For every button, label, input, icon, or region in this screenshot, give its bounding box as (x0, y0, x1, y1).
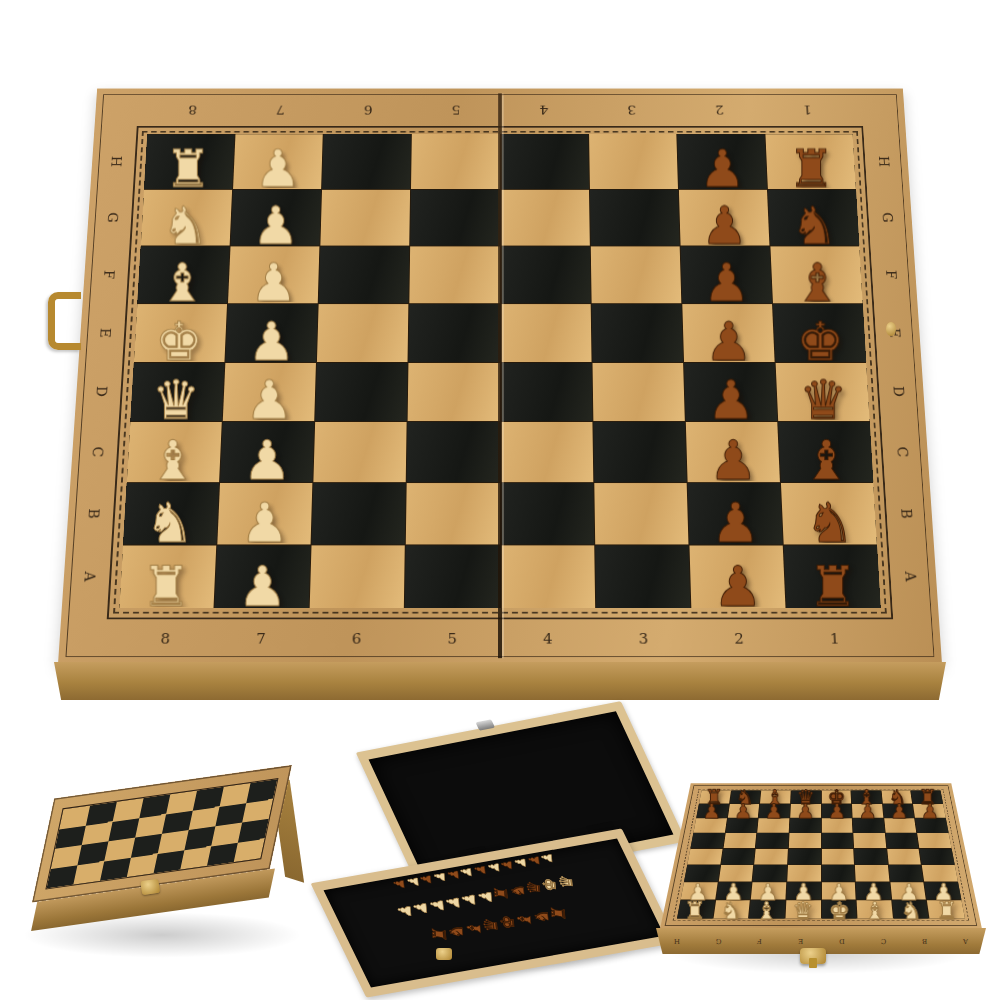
light-pawn: ♟ (247, 314, 295, 367)
square-d1: ♛ (775, 362, 869, 421)
light-king: ♚ (828, 899, 849, 923)
square-e7: ♟ (821, 804, 851, 818)
square-h6 (915, 818, 948, 832)
square-e5 (821, 833, 853, 848)
light-pawn: ♟ (252, 199, 299, 251)
square-g4 (887, 849, 921, 865)
brass-clasp-icon (800, 948, 826, 964)
brass-clasp-icon (48, 292, 81, 350)
front-edge-letter-E: E (798, 937, 803, 945)
rank-label-bottom-4: 4 (543, 630, 553, 647)
square-b7: ♟ (217, 483, 312, 544)
mini-chess-board: ♜♞♝♛♚♝♞♜♟♟♟♟♟♟♟♟♟♟♟♟♟♟♟♟♜♞♝♛♚♝♞♜ (660, 783, 982, 929)
square-e4 (821, 849, 854, 865)
square-h3 (589, 134, 678, 189)
light-bishop: ♝ (149, 434, 198, 488)
square-b3 (594, 483, 688, 544)
open-box-piece-tray: ♟♟♟♟♟♟♟♟♟♟♟♟♟♟♟♟♟♟♜♞♛♚♛♜♞♝♛♚♝♞♜ (311, 829, 678, 998)
square-h2: ♟ (677, 134, 767, 189)
square-c5 (756, 833, 789, 848)
square-e3 (591, 304, 683, 362)
square-b6 (725, 818, 758, 832)
square-d4 (500, 362, 592, 421)
file-label-right-D: D (890, 386, 908, 397)
square-h6 (322, 134, 411, 189)
rank-label-top-5: 5 (452, 102, 461, 117)
square-g6 (884, 818, 917, 832)
light-pawn: ♟ (237, 559, 287, 614)
square-a1: ♜ (677, 900, 715, 918)
square-a5 (405, 546, 499, 608)
square-b5 (406, 483, 499, 544)
light-rook: ♜ (142, 559, 192, 614)
square-c2: ♟ (686, 422, 780, 482)
square-c6 (757, 818, 789, 832)
brass-clasp-icon (436, 948, 452, 960)
file-label-right-F: F (882, 270, 899, 279)
square-f6 (853, 818, 885, 832)
square-h5 (918, 833, 952, 848)
dark-pawn: ♟ (707, 374, 755, 428)
dark-knight: ♞ (805, 496, 854, 551)
thumbnail-closed-box (10, 762, 315, 977)
square-a8: ♜ (119, 546, 216, 608)
rank-label-bottom-3: 3 (638, 630, 648, 647)
dark-pawn: ♟ (701, 199, 748, 251)
square-g7: ♟ (883, 804, 915, 818)
square-g1: ♞ (892, 900, 929, 918)
product-photo-page: ♜♟♟♜♞♟♟♞♝♟♟♝♚♟♟♚♛♟♟♛♝♟♟♝♞♟♟♞♜♟♟♜ HGFEDCB… (0, 0, 1000, 1000)
square-e6 (821, 818, 852, 832)
light-bishop: ♝ (864, 899, 885, 923)
front-edge-letter-G: G (716, 937, 722, 945)
square-a6 (310, 546, 405, 608)
file-label-right-C: C (893, 447, 911, 457)
square-c1: ♝ (749, 900, 785, 918)
square-b4 (500, 483, 593, 544)
square-e8: ♚ (134, 304, 227, 362)
rank-label-bottom-5: 5 (447, 630, 457, 647)
rank-label-bottom-2: 2 (734, 630, 744, 647)
square-h4 (500, 134, 588, 189)
thumbnail-open-box: ♟♟♟♟♟♟♟♟♟♟♟♟♟♟♟♟♟♟♜♞♛♚♛♜♞♝♛♚♝♞♜ (330, 712, 660, 987)
dark-pawn: ♟ (699, 143, 745, 195)
dark-queen: ♛ (799, 374, 847, 428)
square-f1: ♝ (770, 246, 862, 303)
light-king: ♚ (156, 314, 204, 367)
square-f5 (853, 833, 886, 848)
dark-pawn: ♟ (709, 434, 758, 488)
square-a4 (500, 546, 594, 608)
square-d4 (788, 849, 821, 865)
mini-board-grid: ♜♞♝♛♚♝♞♜♟♟♟♟♟♟♟♟♟♟♟♟♟♟♟♟♜♞♝♛♚♝♞♜ (677, 790, 965, 918)
square-c7: ♟ (220, 422, 314, 482)
light-rook: ♜ (165, 143, 211, 195)
brass-latch-icon (475, 719, 495, 730)
light-knight: ♞ (901, 899, 922, 923)
dark-rook: ♜ (808, 559, 858, 614)
square-b4 (721, 849, 755, 865)
light-bishop: ♝ (159, 256, 206, 309)
square-b2: ♟ (687, 483, 782, 544)
square-b5 (723, 833, 756, 848)
square-e1: ♚ (773, 304, 866, 362)
square-d7: ♟ (223, 362, 316, 421)
rank-label-top-3: 3 (627, 102, 636, 117)
square-h7: ♟ (913, 804, 945, 818)
front-edge-letter-A: A (963, 937, 968, 945)
square-e5 (409, 304, 500, 362)
square-g3 (590, 190, 680, 246)
file-label-left-D: D (92, 386, 110, 397)
front-edge-letter-C: C (881, 937, 886, 945)
square-c4 (500, 422, 592, 482)
square-h5 (411, 134, 499, 189)
square-f7: ♟ (228, 246, 320, 303)
dark-rook-stored: ♜ (549, 905, 569, 922)
square-h8: ♜ (144, 134, 235, 189)
file-label-left-F: F (100, 270, 117, 279)
light-pawn: ♟ (245, 374, 293, 428)
square-a3 (595, 546, 690, 608)
dark-bishop: ♝ (802, 434, 851, 488)
square-d8: ♛ (130, 362, 224, 421)
square-c5 (407, 422, 499, 482)
square-d3 (592, 362, 684, 421)
light-bishop: ♝ (756, 899, 777, 923)
chess-board: ♜♟♟♜♞♟♟♞♝♟♟♝♚♟♟♚♛♟♟♛♝♟♟♝♞♟♟♞♜♟♟♜ HGFEDCB… (58, 89, 942, 664)
rank-label-bottom-8: 8 (160, 630, 170, 647)
square-h7: ♟ (233, 134, 323, 189)
square-a1: ♜ (784, 546, 881, 608)
square-d5 (408, 362, 500, 421)
square-e4 (500, 304, 591, 362)
rank-label-bottom-7: 7 (256, 630, 266, 647)
file-label-left-H: H (107, 156, 124, 167)
square-e2: ♟ (682, 304, 774, 362)
square-a5 (690, 833, 724, 848)
square-f7: ♟ (852, 804, 883, 818)
dark-pawn: ♟ (713, 559, 763, 614)
square-f6 (319, 246, 410, 303)
square-c4 (754, 849, 787, 865)
rank-label-top-2: 2 (715, 102, 724, 117)
square-a7: ♟ (696, 804, 728, 818)
front-edge-letter-D: D (839, 937, 845, 945)
light-queen: ♛ (792, 899, 813, 923)
front-edge-letter-H: H (674, 937, 680, 945)
square-a7: ♟ (215, 546, 311, 608)
dark-knight: ♞ (791, 199, 838, 251)
square-f5 (410, 246, 500, 303)
light-pawn: ♟ (250, 256, 297, 309)
square-c8: ♝ (127, 422, 222, 482)
file-label-right-H: H (875, 156, 892, 167)
light-rook: ♜ (684, 899, 705, 923)
light-knight: ♞ (145, 496, 194, 551)
square-f4 (854, 849, 887, 865)
square-f8: ♝ (137, 246, 229, 303)
square-d6 (789, 818, 820, 832)
square-g5 (411, 190, 500, 246)
light-knight: ♞ (162, 199, 209, 251)
square-f1: ♝ (857, 900, 893, 918)
front-edge-letter-B: B (922, 937, 927, 945)
square-c3 (593, 422, 686, 482)
rank-label-bottom-6: 6 (352, 630, 362, 647)
square-a2: ♟ (689, 546, 785, 608)
square-h1: ♜ (765, 134, 856, 189)
square-g6 (321, 190, 411, 246)
dark-king: ♚ (797, 314, 845, 367)
file-label-left-B: B (85, 508, 103, 518)
square-d2: ♟ (684, 362, 777, 421)
dark-bishop: ♝ (794, 256, 841, 309)
light-rook: ♜ (937, 899, 958, 923)
square-d5 (789, 833, 821, 848)
square-g7: ♟ (231, 190, 322, 246)
square-e1: ♚ (821, 900, 856, 918)
light-pawn: ♟ (242, 434, 291, 488)
rank-label-top-8: 8 (188, 102, 197, 117)
file-label-left-G: G (104, 213, 121, 223)
square-g8: ♞ (141, 190, 232, 246)
file-label-right-B: B (897, 508, 915, 518)
dark-pawn: ♟ (711, 496, 760, 551)
file-label-left-C: C (89, 447, 107, 457)
square-c6 (314, 422, 407, 482)
square-b8: ♞ (123, 483, 219, 544)
box-front-edge (54, 662, 946, 700)
square-h1: ♜ (927, 900, 965, 918)
square-b1: ♞ (781, 483, 877, 544)
square-d1: ♛ (785, 900, 820, 918)
square-g1: ♞ (768, 190, 859, 246)
square-h4 (920, 849, 955, 865)
square-a6 (693, 818, 726, 832)
rank-label-top-4: 4 (539, 102, 548, 117)
square-a4 (687, 849, 722, 865)
front-edge-letter-F: F (757, 937, 762, 945)
rank-label-top-1: 1 (803, 102, 812, 117)
thumbnail-setup-board: ♜♞♝♛♚♝♞♜♟♟♟♟♟♟♟♟♟♟♟♟♟♟♟♟♜♞♝♛♚♝♞♜ HGFEDCB… (648, 736, 996, 991)
file-label-right-A: A (901, 571, 919, 581)
light-pawn-stored: ♟ (540, 851, 555, 864)
square-c1: ♝ (778, 422, 873, 482)
brass-clasp-icon (140, 879, 160, 895)
main-board-photo: ♜♟♟♜♞♟♟♞♝♟♟♝♚♟♟♚♛♟♟♛♝♟♟♝♞♟♟♞♜♟♟♜ HGFEDCB… (40, 0, 960, 712)
square-f4 (500, 246, 590, 303)
square-d7: ♟ (790, 804, 820, 818)
square-f2: ♟ (680, 246, 772, 303)
square-e6 (317, 304, 409, 362)
rank-label-bottom-1: 1 (829, 630, 839, 647)
square-b7: ♟ (728, 804, 760, 818)
square-f3 (590, 246, 681, 303)
light-pawn: ♟ (254, 143, 300, 195)
square-g4 (500, 190, 589, 246)
square-g5 (885, 833, 918, 848)
square-c7: ♟ (759, 804, 790, 818)
square-e7: ♟ (226, 304, 318, 362)
light-pawn: ♟ (240, 496, 289, 551)
dark-pawn: ♟ (705, 314, 753, 367)
file-label-right-G: G (879, 213, 896, 223)
dark-pawn: ♟ (703, 256, 750, 309)
square-g2: ♟ (679, 190, 770, 246)
square-d6 (315, 362, 407, 421)
light-queen-stored: ♛ (557, 874, 576, 890)
dark-rook: ♜ (788, 143, 834, 195)
file-label-left-A: A (80, 571, 98, 581)
square-b6 (312, 483, 406, 544)
square-b1: ♞ (713, 900, 750, 918)
rank-label-top-7: 7 (276, 102, 285, 117)
file-label-left-E: E (96, 328, 114, 338)
light-knight: ♞ (720, 899, 741, 923)
brass-hinge-pin-icon (886, 322, 896, 336)
light-queen: ♛ (152, 374, 200, 428)
closed-box (8, 749, 317, 977)
rank-label-top-6: 6 (364, 102, 373, 117)
